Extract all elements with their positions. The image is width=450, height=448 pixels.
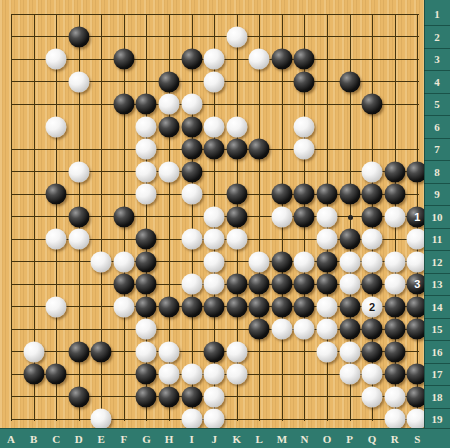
stone-black-k13[interactable]: [226, 274, 247, 295]
stone-black-f5[interactable]: [113, 94, 134, 115]
stone-black-n13[interactable]: [294, 274, 315, 295]
stone-black-l14[interactable]: [249, 296, 270, 317]
stone-white-r10[interactable]: [384, 206, 405, 227]
stone-white-c11[interactable]: [46, 229, 67, 250]
stone-white-q12[interactable]: [362, 251, 383, 272]
column-label-r: R: [384, 429, 406, 448]
stone-white-q11[interactable]: [362, 229, 383, 250]
stone-black-p9[interactable]: [339, 184, 360, 205]
stone-black-h4[interactable]: [158, 71, 179, 92]
stone-black-k7[interactable]: [226, 139, 247, 160]
stone-black-o9[interactable]: [316, 184, 337, 205]
row-label-18: 18: [424, 386, 450, 409]
stone-black-r8[interactable]: [384, 161, 405, 182]
stone-black-i3[interactable]: [181, 49, 202, 70]
stone-white-j10[interactable]: [204, 206, 225, 227]
stone-black-r9[interactable]: [384, 184, 405, 205]
stone-white-g6[interactable]: [136, 116, 157, 137]
stone-white-i9[interactable]: [181, 184, 202, 205]
column-label-q: Q: [361, 429, 383, 448]
column-coordinate-strip: ABCDEFGHIJKLMNOPQRS: [0, 428, 450, 448]
stone-black-g11[interactable]: [136, 229, 157, 250]
stone-white-k6[interactable]: [226, 116, 247, 137]
stone-white-p16[interactable]: [339, 341, 360, 362]
stone-white-j4[interactable]: [204, 71, 225, 92]
column-label-g: G: [135, 429, 157, 448]
column-label-p: P: [339, 429, 361, 448]
stone-black-d2[interactable]: [68, 26, 89, 47]
stone-white-j12[interactable]: [204, 251, 225, 272]
stone-white-k16[interactable]: [226, 341, 247, 362]
stone-black-g12[interactable]: [136, 251, 157, 272]
stone-white-f14[interactable]: [113, 296, 134, 317]
row-label-3: 3: [424, 48, 450, 71]
column-label-f: F: [113, 429, 135, 448]
stone-white-j18[interactable]: [204, 386, 225, 407]
stone-black-q15[interactable]: [362, 319, 383, 340]
stone-black-q5[interactable]: [362, 94, 383, 115]
stone-white-j19[interactable]: [204, 409, 225, 430]
stone-black-p15[interactable]: [339, 319, 360, 340]
stone-black-f10[interactable]: [113, 206, 134, 227]
row-label-2: 2: [424, 26, 450, 49]
stone-black-g13[interactable]: [136, 274, 157, 295]
stone-black-i7[interactable]: [181, 139, 202, 160]
stone-black-r14[interactable]: [384, 296, 405, 317]
stone-white-h5[interactable]: [158, 94, 179, 115]
stone-black-q16[interactable]: [362, 341, 383, 362]
stone-black-g18[interactable]: [136, 386, 157, 407]
go-board-app: 132 12345678910111213141516171819 ABCDEF…: [0, 0, 450, 448]
stone-white-c3[interactable]: [46, 49, 67, 70]
stone-black-q13[interactable]: [362, 274, 383, 295]
stone-white-r19[interactable]: [384, 409, 405, 430]
stone-white-j6[interactable]: [204, 116, 225, 137]
stone-black-m13[interactable]: [271, 274, 292, 295]
stone-white-p12[interactable]: [339, 251, 360, 272]
stone-white-j13[interactable]: [204, 274, 225, 295]
stone-white-g9[interactable]: [136, 184, 157, 205]
column-label-m: M: [271, 429, 293, 448]
stone-white-h8[interactable]: [158, 161, 179, 182]
stone-white-g7[interactable]: [136, 139, 157, 160]
stone-black-d10[interactable]: [68, 206, 89, 227]
stone-black-o12[interactable]: [316, 251, 337, 272]
stone-black-m3[interactable]: [271, 49, 292, 70]
stone-white-i17[interactable]: [181, 364, 202, 385]
row-label-1: 1: [424, 3, 450, 26]
column-label-n: N: [293, 429, 315, 448]
column-label-i: I: [181, 429, 203, 448]
stone-black-n4[interactable]: [294, 71, 315, 92]
stone-black-l13[interactable]: [249, 274, 270, 295]
stone-white-i5[interactable]: [181, 94, 202, 115]
stone-black-d16[interactable]: [68, 341, 89, 362]
row-label-5: 5: [424, 93, 450, 116]
row-label-12: 12: [424, 251, 450, 274]
row-label-16: 16: [424, 341, 450, 364]
column-label-e: E: [90, 429, 112, 448]
row-label-9: 9: [424, 183, 450, 206]
row-label-8: 8: [424, 161, 450, 184]
stone-black-d18[interactable]: [68, 386, 89, 407]
row-label-4: 4: [424, 71, 450, 94]
stone-white-i13[interactable]: [181, 274, 202, 295]
stone-white-m10[interactable]: [271, 206, 292, 227]
stone-black-i6[interactable]: [181, 116, 202, 137]
stone-white-e12[interactable]: [91, 251, 112, 272]
stone-black-r17[interactable]: [384, 364, 405, 385]
stone-white-h16[interactable]: [158, 341, 179, 362]
stone-white-q17[interactable]: [362, 364, 383, 385]
stone-white-p17[interactable]: [339, 364, 360, 385]
column-label-o: O: [316, 429, 338, 448]
stone-black-c17[interactable]: [46, 364, 67, 385]
stone-white-o14[interactable]: [316, 296, 337, 317]
corner-spacer: [424, 429, 450, 448]
row-label-10: 10: [424, 206, 450, 229]
row-label-14: 14: [424, 296, 450, 319]
stone-white-g16[interactable]: [136, 341, 157, 362]
stone-white-h17[interactable]: [158, 364, 179, 385]
stone-black-g14[interactable]: [136, 296, 157, 317]
stone-white-j11[interactable]: [204, 229, 225, 250]
row-label-15: 15: [424, 318, 450, 341]
stone-white-g8[interactable]: [136, 161, 157, 182]
stone-black-k14[interactable]: [226, 296, 247, 317]
stone-black-h6[interactable]: [158, 116, 179, 137]
stone-black-m9[interactable]: [271, 184, 292, 205]
stone-black-k10[interactable]: [226, 206, 247, 227]
go-board[interactable]: 132: [0, 0, 424, 429]
row-coordinate-strip: 12345678910111213141516171819: [424, 0, 450, 429]
stone-white-o11[interactable]: [316, 229, 337, 250]
stone-white-k2[interactable]: [226, 26, 247, 47]
stone-black-f13[interactable]: [113, 274, 134, 295]
stone-white-c6[interactable]: [46, 116, 67, 137]
stone-black-j7[interactable]: [204, 139, 225, 160]
stone-black-k9[interactable]: [226, 184, 247, 205]
stone-black-l15[interactable]: [249, 319, 270, 340]
stone-black-p11[interactable]: [339, 229, 360, 250]
stone-black-r15[interactable]: [384, 319, 405, 340]
column-label-d: D: [68, 429, 90, 448]
stone-black-j14[interactable]: [204, 296, 225, 317]
stone-black-j16[interactable]: [204, 341, 225, 362]
row-label-11: 11: [424, 228, 450, 251]
stone-white-q8[interactable]: [362, 161, 383, 182]
stone-white-j17[interactable]: [204, 364, 225, 385]
row-label-13: 13: [424, 273, 450, 296]
column-label-c: C: [45, 429, 67, 448]
stone-white-j3[interactable]: [204, 49, 225, 70]
stone-white-k11[interactable]: [226, 229, 247, 250]
stone-white-m15[interactable]: [271, 319, 292, 340]
stone-black-q10[interactable]: [362, 206, 383, 227]
column-label-b: B: [23, 429, 45, 448]
stone-white-l3[interactable]: [249, 49, 270, 70]
stone-white-r18[interactable]: [384, 386, 405, 407]
stone-black-m14[interactable]: [271, 296, 292, 317]
stone-black-n10[interactable]: [294, 206, 315, 227]
stone-white-d8[interactable]: [68, 161, 89, 182]
stone-black-n3[interactable]: [294, 49, 315, 70]
stone-white-c14[interactable]: [46, 296, 67, 317]
stone-white-r12[interactable]: [384, 251, 405, 272]
stone-black-e16[interactable]: [91, 341, 112, 362]
stone-white-g15[interactable]: [136, 319, 157, 340]
stone-black-h14[interactable]: [158, 296, 179, 317]
row-label-6: 6: [424, 116, 450, 139]
column-label-k: K: [226, 429, 248, 448]
row-label-7: 7: [424, 138, 450, 161]
row-label-17: 17: [424, 363, 450, 386]
stone-black-g5[interactable]: [136, 94, 157, 115]
stone-white-d11[interactable]: [68, 229, 89, 250]
stone-white-o10[interactable]: [316, 206, 337, 227]
stone-black-p14[interactable]: [339, 296, 360, 317]
column-label-l: L: [248, 429, 270, 448]
stone-white-r13[interactable]: [384, 274, 405, 295]
stone-black-f3[interactable]: [113, 49, 134, 70]
stone-white-o15[interactable]: [316, 319, 337, 340]
hoshi-point-p10: [348, 215, 353, 220]
stone-white-l12[interactable]: [249, 251, 270, 272]
stone-black-o13[interactable]: [316, 274, 337, 295]
stone-black-i18[interactable]: [181, 386, 202, 407]
stone-black-q9[interactable]: [362, 184, 383, 205]
stone-white-i11[interactable]: [181, 229, 202, 250]
stone-black-n9[interactable]: [294, 184, 315, 205]
stone-white-o16[interactable]: [316, 341, 337, 362]
stone-white-k17[interactable]: [226, 364, 247, 385]
column-label-j: J: [203, 429, 225, 448]
stone-black-r16[interactable]: [384, 341, 405, 362]
stone-white-i19[interactable]: [181, 409, 202, 430]
stone-black-m12[interactable]: [271, 251, 292, 272]
stone-white-n7[interactable]: [294, 139, 315, 160]
stone-white-p13[interactable]: [339, 274, 360, 295]
stone-white-n15[interactable]: [294, 319, 315, 340]
stone-white-d4[interactable]: [68, 71, 89, 92]
stone-white-e19[interactable]: [91, 409, 112, 430]
stone-white-f12[interactable]: [113, 251, 134, 272]
stone-white-q18[interactable]: [362, 386, 383, 407]
stone-black-c9[interactable]: [46, 184, 67, 205]
stone-black-g17[interactable]: [136, 364, 157, 385]
stone-white-b16[interactable]: [23, 341, 44, 362]
stone-black-l7[interactable]: [249, 139, 270, 160]
stone-black-p4[interactable]: [339, 71, 360, 92]
column-label-h: H: [158, 429, 180, 448]
stone-black-i14[interactable]: [181, 296, 202, 317]
column-label-a: A: [0, 429, 22, 448]
stone-white-n6[interactable]: [294, 116, 315, 137]
stone-black-n14[interactable]: [294, 296, 315, 317]
stone-white-n12[interactable]: [294, 251, 315, 272]
stone-black-i8[interactable]: [181, 161, 202, 182]
stone-black-h18[interactable]: [158, 386, 179, 407]
stone-white-q14-move-2[interactable]: 2: [362, 296, 383, 317]
stone-black-b17[interactable]: [23, 364, 44, 385]
